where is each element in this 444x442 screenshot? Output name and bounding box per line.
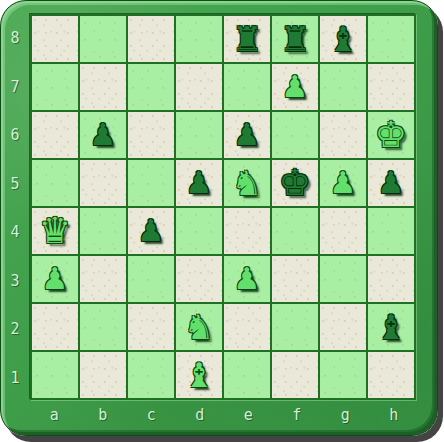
square-c2[interactable] bbox=[128, 304, 174, 350]
square-a1[interactable] bbox=[32, 352, 78, 398]
square-b7[interactable] bbox=[80, 64, 126, 110]
square-g1[interactable] bbox=[320, 352, 366, 398]
rank-label-3: 3 bbox=[0, 257, 30, 306]
file-label-d: d bbox=[176, 402, 225, 428]
square-f1[interactable] bbox=[272, 352, 318, 398]
white-king-icon: ♚ bbox=[375, 117, 407, 153]
rank-label-8: 8 bbox=[0, 14, 30, 63]
square-a3[interactable]: ♟ bbox=[32, 256, 78, 302]
square-c7[interactable] bbox=[128, 64, 174, 110]
square-h2[interactable]: ♝ bbox=[368, 304, 414, 350]
square-c3[interactable] bbox=[128, 256, 174, 302]
square-e3[interactable]: ♟ bbox=[224, 256, 270, 302]
black-rook-icon: ♜ bbox=[232, 22, 262, 56]
square-f2[interactable] bbox=[272, 304, 318, 350]
square-b1[interactable] bbox=[80, 352, 126, 398]
square-d2[interactable]: ♞ bbox=[176, 304, 222, 350]
black-pawn-icon: ♟ bbox=[378, 168, 405, 198]
file-label-f: f bbox=[273, 402, 322, 428]
file-labels: abcdefgh bbox=[30, 402, 418, 428]
square-a6[interactable] bbox=[32, 112, 78, 158]
white-pawn-icon: ♟ bbox=[234, 264, 261, 294]
square-e1[interactable] bbox=[224, 352, 270, 398]
rank-label-4: 4 bbox=[0, 208, 30, 257]
black-bishop-icon: ♝ bbox=[376, 310, 406, 344]
square-h5[interactable]: ♟ bbox=[368, 160, 414, 206]
black-king-icon: ♚ bbox=[279, 165, 311, 201]
chess-board: ♜♜♝♟♟♟♚♟♞♚♟♟♛♟♟♟♞♝♝ bbox=[30, 14, 416, 400]
black-rook-icon: ♜ bbox=[280, 22, 310, 56]
square-c4[interactable]: ♟ bbox=[128, 208, 174, 254]
black-bishop-icon: ♝ bbox=[328, 22, 358, 56]
square-f3[interactable] bbox=[272, 256, 318, 302]
rank-label-7: 7 bbox=[0, 63, 30, 112]
chessboard-app: 87654321 ♜♜♝♟♟♟♚♟♞♚♟♟♛♟♟♟♞♝♝ abcdefgh bbox=[0, 0, 444, 442]
square-h8[interactable] bbox=[368, 16, 414, 62]
square-h7[interactable] bbox=[368, 64, 414, 110]
square-a2[interactable] bbox=[32, 304, 78, 350]
white-pawn-icon: ♟ bbox=[330, 168, 357, 198]
square-g4[interactable] bbox=[320, 208, 366, 254]
square-g7[interactable] bbox=[320, 64, 366, 110]
square-f4[interactable] bbox=[272, 208, 318, 254]
square-e6[interactable]: ♟ bbox=[224, 112, 270, 158]
square-f5[interactable]: ♚ bbox=[272, 160, 318, 206]
file-label-h: h bbox=[370, 402, 419, 428]
square-g8[interactable]: ♝ bbox=[320, 16, 366, 62]
square-f6[interactable] bbox=[272, 112, 318, 158]
square-f8[interactable]: ♜ bbox=[272, 16, 318, 62]
square-b8[interactable] bbox=[80, 16, 126, 62]
square-c8[interactable] bbox=[128, 16, 174, 62]
rank-label-6: 6 bbox=[0, 111, 30, 160]
square-a5[interactable] bbox=[32, 160, 78, 206]
square-f7[interactable]: ♟ bbox=[272, 64, 318, 110]
square-b2[interactable] bbox=[80, 304, 126, 350]
rank-labels: 87654321 bbox=[0, 14, 30, 402]
file-label-a: a bbox=[30, 402, 79, 428]
black-pawn-icon: ♟ bbox=[186, 168, 213, 198]
file-label-b: b bbox=[79, 402, 128, 428]
square-g2[interactable] bbox=[320, 304, 366, 350]
file-label-e: e bbox=[224, 402, 273, 428]
square-e7[interactable] bbox=[224, 64, 270, 110]
square-e8[interactable]: ♜ bbox=[224, 16, 270, 62]
square-e5[interactable]: ♞ bbox=[224, 160, 270, 206]
white-knight-icon: ♞ bbox=[232, 166, 262, 200]
square-e4[interactable] bbox=[224, 208, 270, 254]
square-c6[interactable] bbox=[128, 112, 174, 158]
square-d5[interactable]: ♟ bbox=[176, 160, 222, 206]
square-b4[interactable] bbox=[80, 208, 126, 254]
white-pawn-icon: ♟ bbox=[42, 264, 69, 294]
white-bishop-icon: ♝ bbox=[184, 358, 214, 392]
square-g5[interactable]: ♟ bbox=[320, 160, 366, 206]
square-h6[interactable]: ♚ bbox=[368, 112, 414, 158]
square-b6[interactable]: ♟ bbox=[80, 112, 126, 158]
rank-label-5: 5 bbox=[0, 160, 30, 209]
square-c5[interactable] bbox=[128, 160, 174, 206]
square-d1[interactable]: ♝ bbox=[176, 352, 222, 398]
black-pawn-icon: ♟ bbox=[138, 216, 165, 246]
white-knight-icon: ♞ bbox=[184, 310, 214, 344]
black-pawn-icon: ♟ bbox=[234, 120, 261, 150]
square-d7[interactable] bbox=[176, 64, 222, 110]
square-h1[interactable] bbox=[368, 352, 414, 398]
square-h4[interactable] bbox=[368, 208, 414, 254]
square-c1[interactable] bbox=[128, 352, 174, 398]
square-d4[interactable] bbox=[176, 208, 222, 254]
rank-label-1: 1 bbox=[0, 354, 30, 403]
white-pawn-icon: ♟ bbox=[282, 72, 309, 102]
square-b5[interactable] bbox=[80, 160, 126, 206]
square-h3[interactable] bbox=[368, 256, 414, 302]
square-d6[interactable] bbox=[176, 112, 222, 158]
square-a8[interactable] bbox=[32, 16, 78, 62]
square-d8[interactable] bbox=[176, 16, 222, 62]
square-g6[interactable] bbox=[320, 112, 366, 158]
white-queen-icon: ♛ bbox=[39, 213, 71, 249]
square-g3[interactable] bbox=[320, 256, 366, 302]
square-a4[interactable]: ♛ bbox=[32, 208, 78, 254]
file-label-g: g bbox=[321, 402, 370, 428]
square-b3[interactable] bbox=[80, 256, 126, 302]
square-e2[interactable] bbox=[224, 304, 270, 350]
file-label-c: c bbox=[127, 402, 176, 428]
black-pawn-icon: ♟ bbox=[90, 120, 117, 150]
square-a7[interactable] bbox=[32, 64, 78, 110]
square-d3[interactable] bbox=[176, 256, 222, 302]
rank-label-2: 2 bbox=[0, 305, 30, 354]
